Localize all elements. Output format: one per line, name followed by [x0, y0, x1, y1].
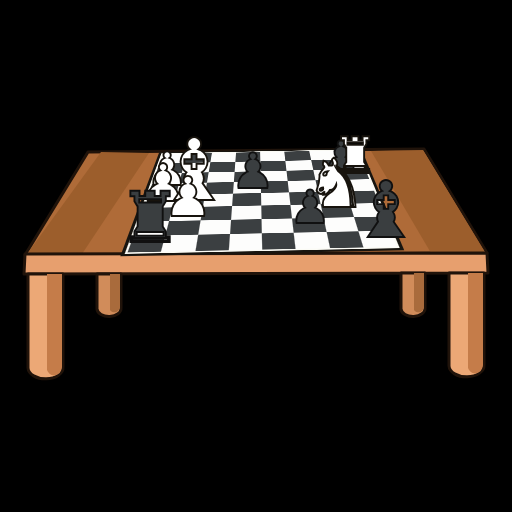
square-d7 [234, 161, 260, 171]
square-d5 [233, 182, 261, 194]
table-leg-front-left-shade [47, 274, 62, 375]
square-g6 [313, 169, 342, 180]
square-f2 [292, 218, 326, 233]
square-b5 [176, 183, 206, 195]
board-grid [128, 150, 397, 252]
square-e7 [260, 161, 286, 171]
square-h1 [358, 231, 397, 248]
square-d1 [229, 233, 263, 250]
square-b6 [179, 172, 208, 183]
square-b2 [166, 220, 201, 235]
table-apron [24, 253, 488, 274]
square-f7 [286, 160, 313, 170]
square-a1 [128, 236, 166, 253]
square-f1 [294, 232, 330, 249]
square-f4 [289, 192, 320, 205]
square-g2 [323, 217, 358, 232]
square-h3 [350, 203, 385, 217]
square-c5 [205, 182, 234, 194]
square-a6 [152, 173, 182, 184]
square-h5 [342, 179, 374, 191]
square-h6 [339, 169, 369, 180]
square-e3 [261, 205, 292, 219]
square-g1 [326, 231, 363, 248]
square-c1 [195, 234, 230, 251]
square-g4 [317, 191, 349, 204]
square-e4 [261, 192, 291, 205]
square-b4 [173, 194, 205, 207]
square-d4 [232, 193, 261, 206]
square-c3 [200, 206, 232, 220]
square-c4 [202, 194, 232, 207]
square-f5 [288, 180, 318, 192]
square-b7 [182, 162, 210, 172]
table-leg-back-left-shade [110, 274, 120, 312]
chessboard [120, 148, 404, 256]
square-a4 [144, 195, 177, 208]
square-c2 [198, 219, 231, 234]
square-c6 [206, 172, 234, 183]
square-b1 [161, 235, 197, 252]
square-d2 [230, 219, 262, 234]
square-g7 [311, 160, 339, 170]
square-a3 [139, 207, 173, 221]
square-a5 [148, 183, 179, 195]
square-e2 [262, 218, 294, 233]
square-g5 [315, 180, 346, 192]
square-b3 [169, 207, 202, 221]
square-d3 [231, 205, 262, 219]
table [0, 0, 512, 512]
square-h2 [354, 216, 391, 231]
illustration-chess-table: ♟♟♝♟♜♟♟♞♟♜♝ [0, 0, 512, 512]
square-g3 [320, 204, 354, 218]
square-a2 [133, 221, 169, 236]
square-c7 [208, 162, 235, 172]
table-leg-back-right-shade [414, 273, 424, 312]
square-f6 [287, 170, 315, 181]
square-e1 [262, 233, 296, 250]
square-a7 [156, 163, 185, 173]
square-h7 [336, 159, 365, 169]
square-d6 [234, 171, 261, 182]
square-h4 [346, 191, 379, 204]
table-leg-front-right-shade [468, 273, 483, 373]
square-f3 [291, 204, 323, 218]
square-e6 [261, 170, 288, 181]
square-e5 [261, 181, 289, 193]
